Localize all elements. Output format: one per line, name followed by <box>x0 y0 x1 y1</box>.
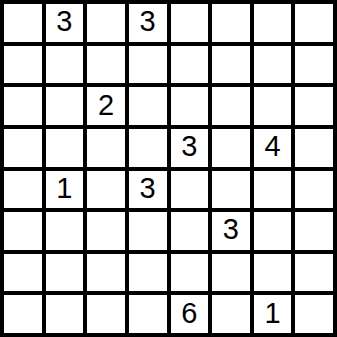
cell-r2c7[interactable] <box>254 46 292 84</box>
cell-r5c5[interactable] <box>171 171 209 209</box>
clue-number: 6 <box>181 299 197 328</box>
cell-r4c4[interactable] <box>129 129 167 167</box>
clue-number: 3 <box>56 7 72 36</box>
cell-r8c4[interactable] <box>129 295 167 333</box>
cell-r8c2[interactable] <box>46 295 84 333</box>
cell-r8c5[interactable]: 6 <box>171 295 209 333</box>
cell-r1c1[interactable] <box>4 4 42 42</box>
cell-r2c4[interactable] <box>129 46 167 84</box>
clue-number: 1 <box>264 299 280 328</box>
cell-r4c2[interactable] <box>46 129 84 167</box>
cell-r3c3[interactable]: 2 <box>87 87 125 125</box>
cell-r8c8[interactable] <box>295 295 333 333</box>
cell-r6c6[interactable]: 3 <box>212 212 250 250</box>
cell-r5c1[interactable] <box>4 171 42 209</box>
cell-r7c2[interactable] <box>46 254 84 292</box>
cell-r3c2[interactable] <box>46 87 84 125</box>
cell-r4c5[interactable]: 3 <box>171 129 209 167</box>
cell-r8c3[interactable] <box>87 295 125 333</box>
cell-r7c6[interactable] <box>212 254 250 292</box>
cell-r6c1[interactable] <box>4 212 42 250</box>
cell-r3c4[interactable] <box>129 87 167 125</box>
cell-r6c2[interactable] <box>46 212 84 250</box>
cell-r3c5[interactable] <box>171 87 209 125</box>
clue-number: 2 <box>98 91 114 120</box>
cell-r6c8[interactable] <box>295 212 333 250</box>
clue-number: 4 <box>264 132 280 161</box>
cell-r3c7[interactable] <box>254 87 292 125</box>
cell-r7c3[interactable] <box>87 254 125 292</box>
clue-number: 3 <box>223 215 239 244</box>
cell-r6c5[interactable] <box>171 212 209 250</box>
cell-r5c3[interactable] <box>87 171 125 209</box>
cell-r2c1[interactable] <box>4 46 42 84</box>
cell-r2c5[interactable] <box>171 46 209 84</box>
cell-r1c3[interactable] <box>87 4 125 42</box>
cell-r6c3[interactable] <box>87 212 125 250</box>
cell-r7c5[interactable] <box>171 254 209 292</box>
cell-r4c3[interactable] <box>87 129 125 167</box>
cell-r4c7[interactable]: 4 <box>254 129 292 167</box>
cell-r2c6[interactable] <box>212 46 250 84</box>
cell-r3c8[interactable] <box>295 87 333 125</box>
cell-r6c4[interactable] <box>129 212 167 250</box>
cell-r1c8[interactable] <box>295 4 333 42</box>
cell-r7c1[interactable] <box>4 254 42 292</box>
cell-r7c7[interactable] <box>254 254 292 292</box>
cell-r3c6[interactable] <box>212 87 250 125</box>
cell-r1c4[interactable]: 3 <box>129 4 167 42</box>
cell-r3c1[interactable] <box>4 87 42 125</box>
cell-r1c7[interactable] <box>254 4 292 42</box>
cell-r2c8[interactable] <box>295 46 333 84</box>
cell-r5c6[interactable] <box>212 171 250 209</box>
cell-r2c3[interactable] <box>87 46 125 84</box>
cell-r7c4[interactable] <box>129 254 167 292</box>
clue-number: 3 <box>140 7 156 36</box>
cell-r4c8[interactable] <box>295 129 333 167</box>
cell-r5c8[interactable] <box>295 171 333 209</box>
clue-number: 3 <box>181 132 197 161</box>
cell-r1c5[interactable] <box>171 4 209 42</box>
cell-r1c6[interactable] <box>212 4 250 42</box>
cell-r6c7[interactable] <box>254 212 292 250</box>
cell-r4c6[interactable] <box>212 129 250 167</box>
clue-number: 1 <box>56 174 72 203</box>
cell-r4c1[interactable] <box>4 129 42 167</box>
cell-r2c2[interactable] <box>46 46 84 84</box>
cell-r8c7[interactable]: 1 <box>254 295 292 333</box>
clue-number: 3 <box>140 174 156 203</box>
cell-r5c7[interactable] <box>254 171 292 209</box>
puzzle-board: 3323413361 <box>0 0 337 337</box>
cell-r8c6[interactable] <box>212 295 250 333</box>
cell-r7c8[interactable] <box>295 254 333 292</box>
cell-r1c2[interactable]: 3 <box>46 4 84 42</box>
cell-r5c2[interactable]: 1 <box>46 171 84 209</box>
cell-r5c4[interactable]: 3 <box>129 171 167 209</box>
cell-r8c1[interactable] <box>4 295 42 333</box>
